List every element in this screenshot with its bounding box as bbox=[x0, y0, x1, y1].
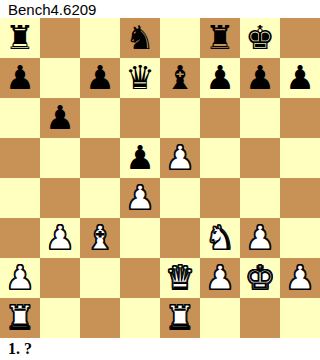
square-a5[interactable] bbox=[0, 138, 40, 178]
black-pawn[interactable]: ♟ bbox=[5, 58, 35, 98]
square-e1[interactable]: ♜ bbox=[160, 298, 200, 338]
white-pawn[interactable]: ♟ bbox=[285, 258, 315, 298]
square-f7[interactable]: ♟ bbox=[200, 58, 240, 98]
black-bishop[interactable]: ♝ bbox=[165, 58, 195, 98]
square-f6[interactable] bbox=[200, 98, 240, 138]
square-c6[interactable] bbox=[80, 98, 120, 138]
white-pawn[interactable]: ♟ bbox=[245, 218, 275, 258]
white-queen[interactable]: ♛ bbox=[165, 258, 195, 298]
white-pawn[interactable]: ♟ bbox=[125, 178, 155, 218]
square-b4[interactable] bbox=[40, 178, 80, 218]
chess-app-window: Bench4.6209 ♜♞♜♚♟♟♛♝♟♟♟♟♟♟♟♟♝♞♟♟♛♟♚♟♜♜ 1… bbox=[0, 0, 320, 360]
square-e8[interactable] bbox=[160, 18, 200, 58]
square-c3[interactable]: ♝ bbox=[80, 218, 120, 258]
square-c1[interactable] bbox=[80, 298, 120, 338]
black-pawn[interactable]: ♟ bbox=[85, 58, 115, 98]
square-d3[interactable] bbox=[120, 218, 160, 258]
square-g5[interactable] bbox=[240, 138, 280, 178]
square-g8[interactable]: ♚ bbox=[240, 18, 280, 58]
square-c4[interactable] bbox=[80, 178, 120, 218]
square-h8[interactable] bbox=[280, 18, 320, 58]
square-h1[interactable] bbox=[280, 298, 320, 338]
square-g2[interactable]: ♚ bbox=[240, 258, 280, 298]
move-prompt: 1. ? bbox=[0, 338, 320, 360]
square-f4[interactable] bbox=[200, 178, 240, 218]
square-e5[interactable]: ♟ bbox=[160, 138, 200, 178]
square-b3[interactable]: ♟ bbox=[40, 218, 80, 258]
square-g1[interactable] bbox=[240, 298, 280, 338]
black-pawn[interactable]: ♟ bbox=[245, 58, 275, 98]
black-pawn[interactable]: ♟ bbox=[205, 58, 235, 98]
square-h2[interactable]: ♟ bbox=[280, 258, 320, 298]
square-c2[interactable] bbox=[80, 258, 120, 298]
black-pawn[interactable]: ♟ bbox=[125, 138, 155, 178]
square-h4[interactable] bbox=[280, 178, 320, 218]
black-king[interactable]: ♚ bbox=[245, 18, 275, 58]
black-rook[interactable]: ♜ bbox=[205, 18, 235, 58]
square-d6[interactable] bbox=[120, 98, 160, 138]
chess-board: ♜♞♜♚♟♟♛♝♟♟♟♟♟♟♟♟♝♞♟♟♛♟♚♟♜♜ bbox=[0, 18, 320, 338]
square-d8[interactable]: ♞ bbox=[120, 18, 160, 58]
square-c8[interactable] bbox=[80, 18, 120, 58]
square-a6[interactable] bbox=[0, 98, 40, 138]
square-d2[interactable] bbox=[120, 258, 160, 298]
black-queen[interactable]: ♛ bbox=[125, 58, 155, 98]
square-e3[interactable] bbox=[160, 218, 200, 258]
square-g3[interactable]: ♟ bbox=[240, 218, 280, 258]
white-pawn[interactable]: ♟ bbox=[45, 218, 75, 258]
square-f5[interactable] bbox=[200, 138, 240, 178]
square-f1[interactable] bbox=[200, 298, 240, 338]
black-rook[interactable]: ♜ bbox=[5, 18, 35, 58]
square-e2[interactable]: ♛ bbox=[160, 258, 200, 298]
square-e7[interactable]: ♝ bbox=[160, 58, 200, 98]
white-pawn[interactable]: ♟ bbox=[5, 258, 35, 298]
square-a7[interactable]: ♟ bbox=[0, 58, 40, 98]
white-knight[interactable]: ♞ bbox=[205, 218, 235, 258]
square-a2[interactable]: ♟ bbox=[0, 258, 40, 298]
square-g7[interactable]: ♟ bbox=[240, 58, 280, 98]
square-d1[interactable] bbox=[120, 298, 160, 338]
square-c5[interactable] bbox=[80, 138, 120, 178]
white-rook[interactable]: ♜ bbox=[5, 298, 35, 338]
square-b5[interactable] bbox=[40, 138, 80, 178]
square-a1[interactable]: ♜ bbox=[0, 298, 40, 338]
square-b8[interactable] bbox=[40, 18, 80, 58]
square-h7[interactable]: ♟ bbox=[280, 58, 320, 98]
white-pawn[interactable]: ♟ bbox=[165, 138, 195, 178]
square-e6[interactable] bbox=[160, 98, 200, 138]
square-b7[interactable] bbox=[40, 58, 80, 98]
white-rook[interactable]: ♜ bbox=[165, 298, 195, 338]
square-d5[interactable]: ♟ bbox=[120, 138, 160, 178]
black-pawn[interactable]: ♟ bbox=[285, 58, 315, 98]
white-king[interactable]: ♚ bbox=[245, 258, 275, 298]
square-f8[interactable]: ♜ bbox=[200, 18, 240, 58]
square-h3[interactable] bbox=[280, 218, 320, 258]
square-a4[interactable] bbox=[0, 178, 40, 218]
black-pawn[interactable]: ♟ bbox=[45, 98, 75, 138]
white-pawn[interactable]: ♟ bbox=[205, 258, 235, 298]
black-knight[interactable]: ♞ bbox=[125, 18, 155, 58]
square-d7[interactable]: ♛ bbox=[120, 58, 160, 98]
square-h6[interactable] bbox=[280, 98, 320, 138]
square-b6[interactable]: ♟ bbox=[40, 98, 80, 138]
square-e4[interactable] bbox=[160, 178, 200, 218]
square-d4[interactable]: ♟ bbox=[120, 178, 160, 218]
square-b2[interactable] bbox=[40, 258, 80, 298]
square-a3[interactable] bbox=[0, 218, 40, 258]
square-b1[interactable] bbox=[40, 298, 80, 338]
square-h5[interactable] bbox=[280, 138, 320, 178]
square-g6[interactable] bbox=[240, 98, 280, 138]
square-c7[interactable]: ♟ bbox=[80, 58, 120, 98]
square-f3[interactable]: ♞ bbox=[200, 218, 240, 258]
square-a8[interactable]: ♜ bbox=[0, 18, 40, 58]
position-title: Bench4.6209 bbox=[0, 0, 320, 18]
square-f2[interactable]: ♟ bbox=[200, 258, 240, 298]
white-bishop[interactable]: ♝ bbox=[85, 218, 115, 258]
square-g4[interactable] bbox=[240, 178, 280, 218]
